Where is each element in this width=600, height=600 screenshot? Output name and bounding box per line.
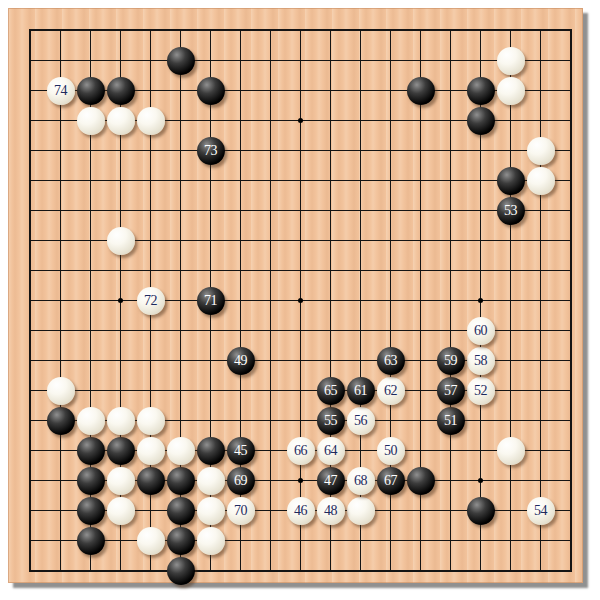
stone-white-move-52[interactable]: 52 <box>467 377 495 405</box>
stone-black-move-63[interactable]: 63 <box>377 347 405 375</box>
move-number: 55 <box>324 414 337 428</box>
star-point <box>478 298 483 303</box>
stone-black-move-47[interactable]: 47 <box>317 467 345 495</box>
stone-white[interactable] <box>497 47 525 75</box>
stone-white-move-58[interactable]: 58 <box>467 347 495 375</box>
stone-white-move-54[interactable]: 54 <box>527 497 555 525</box>
stone-white-move-48[interactable]: 48 <box>317 497 345 525</box>
stone-white[interactable] <box>137 107 165 135</box>
move-number: 52 <box>474 384 487 398</box>
stone-white[interactable] <box>197 467 225 495</box>
move-number: 62 <box>384 384 397 398</box>
move-number: 50 <box>384 444 397 458</box>
stone-black-move-59[interactable]: 59 <box>437 347 465 375</box>
stone-black[interactable] <box>497 167 525 195</box>
stone-black[interactable] <box>167 467 195 495</box>
stone-white[interactable] <box>77 107 105 135</box>
stone-black-move-49[interactable]: 49 <box>227 347 255 375</box>
stone-black[interactable] <box>407 77 435 105</box>
stone-black-move-73[interactable]: 73 <box>197 137 225 165</box>
move-number: 66 <box>294 444 307 458</box>
stone-black[interactable] <box>167 557 195 585</box>
stone-white[interactable] <box>347 497 375 525</box>
stone-white-move-64[interactable]: 64 <box>317 437 345 465</box>
stone-white-move-70[interactable]: 70 <box>227 497 255 525</box>
stone-black[interactable] <box>77 437 105 465</box>
stone-black[interactable] <box>77 77 105 105</box>
stone-white[interactable] <box>527 137 555 165</box>
move-number: 57 <box>444 384 457 398</box>
stone-white-move-72[interactable]: 72 <box>137 287 165 315</box>
move-number: 68 <box>354 474 367 488</box>
move-number: 51 <box>444 414 457 428</box>
move-number: 61 <box>354 384 367 398</box>
move-number: 58 <box>474 354 487 368</box>
move-number: 45 <box>234 444 247 458</box>
move-number: 46 <box>294 504 307 518</box>
go-board[interactable]: 4546474849505152535455565758596061626364… <box>8 8 583 583</box>
stone-black-move-51[interactable]: 51 <box>437 407 465 435</box>
stone-black-move-69[interactable]: 69 <box>227 467 255 495</box>
move-number: 49 <box>234 354 247 368</box>
move-number: 54 <box>534 504 547 518</box>
stone-black[interactable] <box>167 47 195 75</box>
stone-white[interactable] <box>137 407 165 435</box>
stone-white[interactable] <box>167 437 195 465</box>
star-point <box>478 478 483 483</box>
move-number: 64 <box>324 444 337 458</box>
move-number: 47 <box>324 474 337 488</box>
stone-black[interactable] <box>467 77 495 105</box>
stone-black[interactable] <box>407 467 435 495</box>
stone-white[interactable] <box>107 497 135 525</box>
star-point <box>118 298 123 303</box>
move-number: 48 <box>324 504 337 518</box>
stone-black[interactable] <box>47 407 75 435</box>
move-number: 73 <box>204 144 217 158</box>
star-point <box>298 118 303 123</box>
stone-black[interactable] <box>77 527 105 555</box>
stone-black[interactable] <box>107 437 135 465</box>
stone-black-move-65[interactable]: 65 <box>317 377 345 405</box>
stone-white[interactable] <box>107 467 135 495</box>
stone-black[interactable] <box>137 467 165 495</box>
stone-white-move-62[interactable]: 62 <box>377 377 405 405</box>
move-number: 70 <box>234 504 247 518</box>
stone-black[interactable] <box>77 497 105 525</box>
move-number: 63 <box>384 354 397 368</box>
stone-white-move-60[interactable]: 60 <box>467 317 495 345</box>
page: 4546474849505152535455565758596061626364… <box>0 0 600 600</box>
stone-black[interactable] <box>167 497 195 525</box>
move-number: 59 <box>444 354 457 368</box>
move-number: 71 <box>204 294 217 308</box>
stone-white[interactable] <box>47 377 75 405</box>
stone-white[interactable] <box>107 107 135 135</box>
stone-black-move-71[interactable]: 71 <box>197 287 225 315</box>
stone-black[interactable] <box>167 527 195 555</box>
move-number: 69 <box>234 474 247 488</box>
stone-white-move-68[interactable]: 68 <box>347 467 375 495</box>
stone-black-move-45[interactable]: 45 <box>227 437 255 465</box>
stone-white[interactable] <box>497 77 525 105</box>
stone-black-move-61[interactable]: 61 <box>347 377 375 405</box>
stone-white[interactable] <box>107 407 135 435</box>
move-number: 53 <box>504 204 517 218</box>
move-number: 65 <box>324 384 337 398</box>
stone-white-move-74[interactable]: 74 <box>47 77 75 105</box>
stone-white[interactable] <box>107 227 135 255</box>
star-point <box>298 478 303 483</box>
move-number: 74 <box>54 84 67 98</box>
stone-black[interactable] <box>467 107 495 135</box>
stone-black[interactable] <box>467 497 495 525</box>
move-number: 56 <box>354 414 367 428</box>
stone-black[interactable] <box>197 77 225 105</box>
stone-white[interactable] <box>197 527 225 555</box>
stone-white[interactable] <box>527 167 555 195</box>
stone-black[interactable] <box>197 437 225 465</box>
stone-black[interactable] <box>107 77 135 105</box>
move-number: 72 <box>144 294 157 308</box>
stone-white[interactable] <box>77 407 105 435</box>
stone-black[interactable] <box>77 467 105 495</box>
stone-white[interactable] <box>137 437 165 465</box>
stone-white[interactable] <box>137 527 165 555</box>
stone-white-move-46[interactable]: 46 <box>287 497 315 525</box>
stone-white-move-66[interactable]: 66 <box>287 437 315 465</box>
stone-white[interactable] <box>497 437 525 465</box>
stone-black-move-57[interactable]: 57 <box>437 377 465 405</box>
stone-black-move-53[interactable]: 53 <box>497 197 525 225</box>
star-point <box>298 298 303 303</box>
move-number: 67 <box>384 474 397 488</box>
stone-white[interactable] <box>197 497 225 525</box>
stone-white-move-56[interactable]: 56 <box>347 407 375 435</box>
stone-white-move-50[interactable]: 50 <box>377 437 405 465</box>
stone-black-move-67[interactable]: 67 <box>377 467 405 495</box>
move-number: 60 <box>474 324 487 338</box>
stone-black-move-55[interactable]: 55 <box>317 407 345 435</box>
